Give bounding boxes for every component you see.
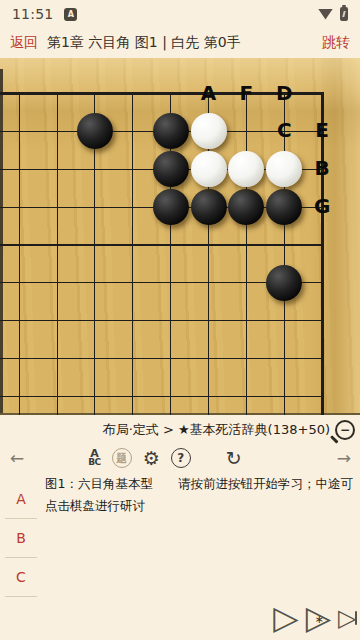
grid-line-vertical: [132, 92, 133, 415]
reset-icon[interactable]: ↻: [226, 449, 242, 468]
clock: 11:51: [12, 6, 53, 22]
breadcrumb-row: 布局·定式 > ★基本死活辞典(138+50) −: [0, 417, 360, 443]
toolbar: ← A BC 题 ⚙ ? ↻ →: [0, 445, 360, 471]
white-stone-S17[interactable]: [266, 151, 302, 187]
option-a[interactable]: A: [0, 480, 42, 518]
board-bottom-edge: [0, 413, 360, 415]
play-button[interactable]: ▷: [273, 601, 298, 634]
black-stone-N18[interactable]: [77, 113, 113, 149]
notification-app-icon: A: [64, 8, 77, 21]
autoplay-speed-mark: ∗: [315, 614, 324, 625]
board-label-G[interactable]: G: [314, 196, 330, 216]
grid-line-horizontal: [0, 320, 324, 321]
black-stone-S14[interactable]: [266, 265, 302, 301]
grid-line-vertical: [57, 92, 58, 415]
grid-line-vertical: [19, 92, 20, 415]
divider: [5, 596, 37, 597]
next-arrow-button[interactable]: →: [337, 450, 351, 467]
autoplay-button[interactable]: ▷∗: [306, 601, 331, 634]
board-label-B[interactable]: B: [315, 158, 330, 178]
grid-line-horizontal: [0, 396, 324, 397]
black-stone-R16[interactable]: [228, 189, 264, 225]
grid-line-vertical: [246, 92, 247, 415]
battery-icon: [340, 7, 348, 21]
black-stone-S16[interactable]: [266, 189, 302, 225]
options-list: A B C: [0, 480, 42, 597]
white-stone-Q18[interactable]: [191, 113, 227, 149]
settings-gear-icon[interactable]: ⚙: [143, 449, 160, 468]
board-label-A[interactable]: A: [201, 83, 216, 103]
black-stone-P18[interactable]: [153, 113, 189, 149]
board-label-C[interactable]: C: [277, 121, 292, 141]
grid-line-horizontal: [0, 244, 324, 245]
help-icon[interactable]: ?: [171, 448, 191, 468]
header: 返回 第1章 六目角 图1 | 白先 第0手 跳转: [0, 28, 360, 58]
skip-to-end-button[interactable]: ▷: [338, 606, 357, 630]
option-b[interactable]: B: [0, 519, 42, 557]
jump-button[interactable]: 跳转: [322, 34, 350, 52]
board-label-D[interactable]: D: [276, 83, 293, 103]
grid-line-horizontal: [0, 358, 324, 359]
lesson-caption: 图1：六目角基本型 请按前进按钮开始学习；中途可点击棋盘进行研讨: [45, 473, 357, 516]
status-bar: 11:51 A: [0, 0, 360, 28]
breadcrumb[interactable]: 布局·定式 > ★基本死活辞典(138+50): [103, 421, 330, 439]
white-stone-R17[interactable]: [228, 151, 264, 187]
board-left-edge: [0, 69, 3, 415]
board-label-F[interactable]: F: [240, 83, 254, 103]
playback-controls: ▷ ▷∗ ▷: [273, 601, 357, 634]
wifi-icon: [318, 9, 333, 20]
back-button[interactable]: 返回: [10, 34, 38, 52]
option-c[interactable]: C: [0, 558, 42, 596]
black-stone-P17[interactable]: [153, 151, 189, 187]
white-stone-Q17[interactable]: [191, 151, 227, 187]
board-label-E[interactable]: E: [315, 121, 329, 141]
prev-arrow-button[interactable]: ←: [10, 450, 24, 467]
status-icons: [318, 7, 348, 21]
labels-abc-icon[interactable]: A BC: [88, 450, 100, 466]
problem-icon[interactable]: 题: [112, 448, 132, 468]
go-board[interactable]: AFDCEBG: [0, 58, 360, 415]
black-stone-Q16[interactable]: [191, 189, 227, 225]
black-stone-P16[interactable]: [153, 189, 189, 225]
toolbar-icons: A BC 题 ⚙ ? ↻: [88, 448, 241, 468]
page-title: 第1章 六目角 图1 | 白先 第0手: [47, 34, 322, 52]
zoom-out-icon[interactable]: −: [335, 420, 355, 440]
